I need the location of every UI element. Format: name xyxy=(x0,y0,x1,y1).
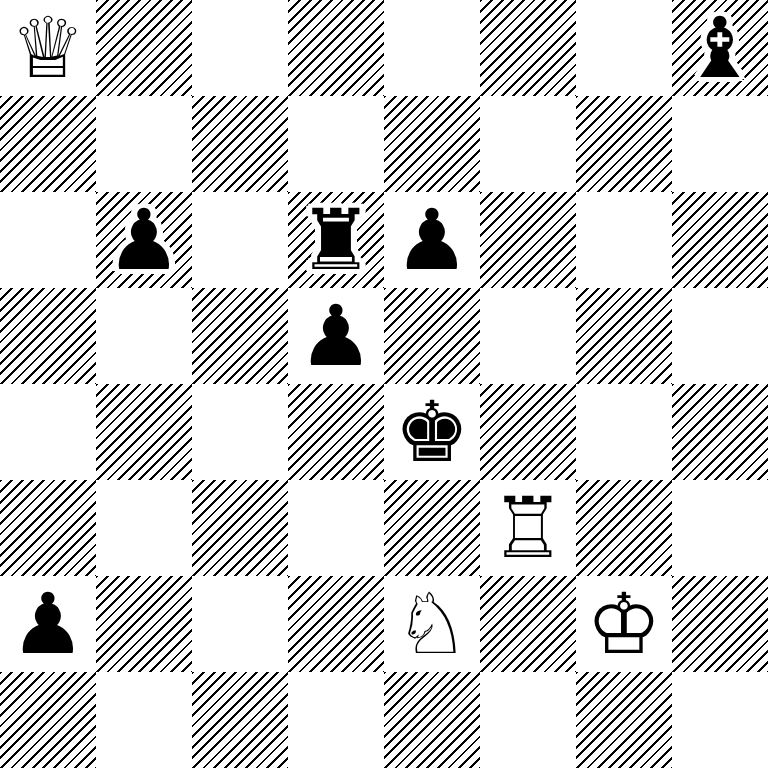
square-a1[interactable] xyxy=(0,672,96,768)
square-a8[interactable]: ♕ xyxy=(0,0,96,96)
square-c8[interactable] xyxy=(192,0,288,96)
square-c1[interactable] xyxy=(192,672,288,768)
square-d8[interactable] xyxy=(288,0,384,96)
piece-black-pawn: ♟ xyxy=(10,576,85,672)
square-f5[interactable] xyxy=(480,288,576,384)
square-d2[interactable] xyxy=(288,576,384,672)
piece-black-bishop: ♝ xyxy=(682,0,757,96)
square-e8[interactable] xyxy=(384,0,480,96)
square-b4[interactable] xyxy=(96,384,192,480)
piece-black-pawn: ♟ xyxy=(298,288,373,384)
square-e4[interactable]: ♚ xyxy=(384,384,480,480)
piece-black-king: ♚ xyxy=(394,384,469,480)
square-h2[interactable] xyxy=(672,576,768,672)
square-b2[interactable] xyxy=(96,576,192,672)
square-a4[interactable] xyxy=(0,384,96,480)
square-d5[interactable]: ♟ xyxy=(288,288,384,384)
square-b6[interactable]: ♟ xyxy=(96,192,192,288)
square-f1[interactable] xyxy=(480,672,576,768)
square-a6[interactable] xyxy=(0,192,96,288)
square-g1[interactable] xyxy=(576,672,672,768)
square-c5[interactable] xyxy=(192,288,288,384)
piece-black-pawn: ♟ xyxy=(394,192,469,288)
square-h6[interactable] xyxy=(672,192,768,288)
square-f8[interactable] xyxy=(480,0,576,96)
square-b5[interactable] xyxy=(96,288,192,384)
square-g4[interactable] xyxy=(576,384,672,480)
square-a3[interactable] xyxy=(0,480,96,576)
square-e3[interactable] xyxy=(384,480,480,576)
square-c4[interactable] xyxy=(192,384,288,480)
square-a7[interactable] xyxy=(0,96,96,192)
square-h8[interactable]: ♝ xyxy=(672,0,768,96)
square-e7[interactable] xyxy=(384,96,480,192)
piece-white-king: ♔ xyxy=(586,576,661,672)
square-e5[interactable] xyxy=(384,288,480,384)
square-c7[interactable] xyxy=(192,96,288,192)
square-h5[interactable] xyxy=(672,288,768,384)
square-f4[interactable] xyxy=(480,384,576,480)
square-f3[interactable]: ♖ xyxy=(480,480,576,576)
piece-white-knight: ♘ xyxy=(394,576,469,672)
square-a5[interactable] xyxy=(0,288,96,384)
square-d3[interactable] xyxy=(288,480,384,576)
square-e2[interactable]: ♘ xyxy=(384,576,480,672)
square-d1[interactable] xyxy=(288,672,384,768)
square-h4[interactable] xyxy=(672,384,768,480)
square-b1[interactable] xyxy=(96,672,192,768)
chess-board: ♕♝♟♜♟♟♚♖♟♘♔ xyxy=(0,0,768,768)
square-g5[interactable] xyxy=(576,288,672,384)
square-f6[interactable] xyxy=(480,192,576,288)
square-f7[interactable] xyxy=(480,96,576,192)
square-c6[interactable] xyxy=(192,192,288,288)
square-c3[interactable] xyxy=(192,480,288,576)
square-b3[interactable] xyxy=(96,480,192,576)
square-h1[interactable] xyxy=(672,672,768,768)
square-h7[interactable] xyxy=(672,96,768,192)
square-e6[interactable]: ♟ xyxy=(384,192,480,288)
square-g8[interactable] xyxy=(576,0,672,96)
square-b8[interactable] xyxy=(96,0,192,96)
square-h3[interactable] xyxy=(672,480,768,576)
piece-black-pawn: ♟ xyxy=(106,192,181,288)
piece-black-rook: ♜ xyxy=(298,192,373,288)
square-a2[interactable]: ♟ xyxy=(0,576,96,672)
square-g3[interactable] xyxy=(576,480,672,576)
square-g2[interactable]: ♔ xyxy=(576,576,672,672)
piece-white-queen: ♕ xyxy=(10,0,85,96)
square-e1[interactable] xyxy=(384,672,480,768)
square-g6[interactable] xyxy=(576,192,672,288)
square-d6[interactable]: ♜ xyxy=(288,192,384,288)
square-d4[interactable] xyxy=(288,384,384,480)
square-c2[interactable] xyxy=(192,576,288,672)
square-b7[interactable] xyxy=(96,96,192,192)
square-d7[interactable] xyxy=(288,96,384,192)
square-g7[interactable] xyxy=(576,96,672,192)
piece-white-rook: ♖ xyxy=(490,480,565,576)
square-f2[interactable] xyxy=(480,576,576,672)
